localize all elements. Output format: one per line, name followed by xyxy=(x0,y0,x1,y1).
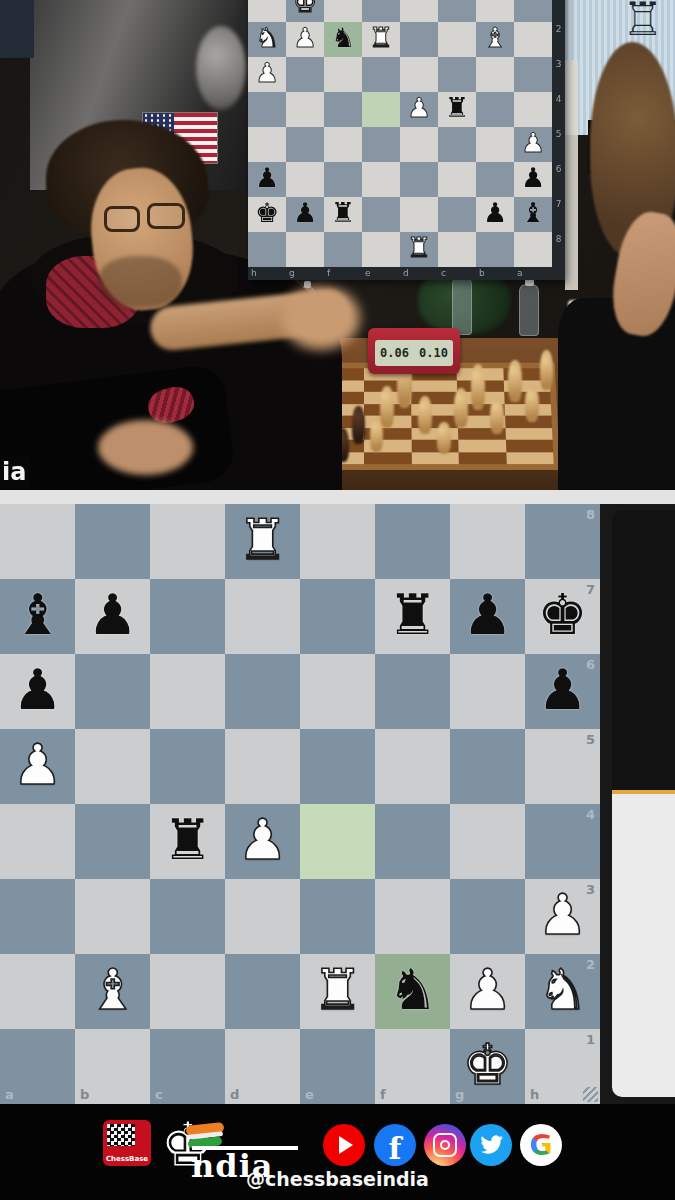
white-pawn: ♟ xyxy=(255,59,279,86)
black-king: ♚ xyxy=(255,199,279,226)
overlay-square-d8: ♜ xyxy=(400,232,438,267)
glasses-left-lens xyxy=(104,206,140,232)
square-d1[interactable]: d xyxy=(225,1029,300,1104)
overlay-file-label-e: e xyxy=(362,267,400,280)
square-h2[interactable]: ♞2 xyxy=(525,954,600,1029)
light-wood-piece xyxy=(454,388,468,428)
file-label-c: c xyxy=(155,1087,163,1102)
square-b8[interactable] xyxy=(75,504,150,579)
square-c3[interactable] xyxy=(150,879,225,954)
youtube-play-triangle xyxy=(339,1136,353,1154)
light-wood-piece xyxy=(418,396,432,434)
overlay-square-f1 xyxy=(324,0,362,22)
file-label-f: f xyxy=(380,1087,386,1102)
square-c6[interactable] xyxy=(150,654,225,729)
resize-handle[interactable] xyxy=(583,1087,598,1102)
twitter-bird-icon xyxy=(479,1133,503,1157)
rank-label-3: 3 xyxy=(586,882,595,897)
light-wood-piece xyxy=(437,422,451,454)
overlay-square-g4 xyxy=(286,92,324,127)
overlay-rank-label-3: 3 xyxy=(552,57,565,92)
square-h3[interactable]: ♟3 xyxy=(525,879,600,954)
black-pawn: ♟ xyxy=(462,587,512,643)
white-king: ♚ xyxy=(462,1037,512,1093)
overlay-square-a6: ♟ xyxy=(514,162,552,197)
square-e7[interactable] xyxy=(300,579,375,654)
overlay-square-g5 xyxy=(286,127,324,162)
overlay-square-d5 xyxy=(400,127,438,162)
square-g5[interactable] xyxy=(450,729,525,804)
overlay-square-b8 xyxy=(476,232,514,267)
rank-label-7: 7 xyxy=(586,582,595,597)
overlay-square-a5: ♟ xyxy=(514,127,552,162)
square-b2[interactable]: ♝ xyxy=(75,954,150,1029)
square-g6[interactable] xyxy=(450,654,525,729)
light-wood-piece xyxy=(471,364,485,410)
overlay-square-b6 xyxy=(476,162,514,197)
twitter-icon xyxy=(470,1124,512,1166)
black-pawn: ♟ xyxy=(521,164,545,191)
square-d2[interactable] xyxy=(225,954,300,1029)
overlay-square-e4 xyxy=(362,92,400,127)
square-f5[interactable] xyxy=(375,729,450,804)
square-h8[interactable]: 8 xyxy=(525,504,600,579)
overlay-square-e6 xyxy=(362,162,400,197)
overlay-square-e1 xyxy=(362,0,400,22)
square-d6[interactable] xyxy=(225,654,300,729)
rank-label-1: 1 xyxy=(586,1032,595,1047)
overlay-square-c5 xyxy=(438,127,476,162)
square-e8[interactable] xyxy=(300,504,375,579)
clock-left-time: 0.06 xyxy=(380,346,409,360)
black-bishop: ♝ xyxy=(12,587,62,643)
facebook-icon: f xyxy=(374,1124,416,1166)
black-pawn: ♟ xyxy=(483,199,507,226)
square-b7[interactable]: ♟ xyxy=(75,579,150,654)
black-king: ♚ xyxy=(537,587,587,643)
overlay-rank-label-8: 8 xyxy=(552,232,565,267)
screen-edge xyxy=(565,60,578,290)
square-c2[interactable] xyxy=(150,954,225,1029)
overlay-square-c2 xyxy=(438,22,476,57)
square-c7[interactable] xyxy=(150,579,225,654)
white-rook: ♜ xyxy=(369,24,393,51)
square-c1[interactable]: c xyxy=(150,1029,225,1104)
square-b5[interactable] xyxy=(75,729,150,804)
white-pawn: ♟ xyxy=(537,887,587,943)
file-label-h: h xyxy=(530,1087,539,1102)
square-h5[interactable]: 5 xyxy=(525,729,600,804)
google-icon: G xyxy=(520,1124,562,1166)
left-player-hand xyxy=(282,286,360,350)
file-label-e: e xyxy=(305,1087,314,1102)
white-bishop: ♝ xyxy=(87,962,137,1018)
overlay-square-f7: ♜ xyxy=(324,197,362,232)
square-d7[interactable] xyxy=(225,579,300,654)
black-knight: ♞ xyxy=(331,24,355,51)
overlay-square-b5 xyxy=(476,127,514,162)
overlay-square-e2: ♜ xyxy=(362,22,400,57)
black-rook: ♜ xyxy=(331,199,355,226)
glasses-right-lens xyxy=(147,203,185,229)
wood-square xyxy=(411,440,458,452)
overlay-square-d4: ♟ xyxy=(400,92,438,127)
overlay-file-label-h: h xyxy=(248,267,286,280)
overlay-square-c4: ♜ xyxy=(438,92,476,127)
file-label-d: d xyxy=(230,1087,239,1102)
light-wood-piece xyxy=(380,386,394,428)
white-knight: ♞ xyxy=(537,962,587,1018)
white-pawn: ♟ xyxy=(237,812,287,868)
water-bottle xyxy=(519,284,539,336)
file-label-b: b xyxy=(80,1087,89,1102)
black-rook: ♜ xyxy=(387,587,437,643)
square-g3[interactable] xyxy=(450,879,525,954)
google-letter: G xyxy=(530,1129,553,1162)
overlay-square-g6 xyxy=(286,162,324,197)
chessbase-logo: ChessBase xyxy=(103,1120,151,1166)
stream-frame: ♖ DN 0.06 0.10 xyxy=(0,0,675,1200)
overlay-file-labels: hgfedcba xyxy=(248,267,552,280)
square-f7[interactable]: ♜ xyxy=(375,579,450,654)
overlay-square-a3 xyxy=(514,57,552,92)
square-b6[interactable] xyxy=(75,654,150,729)
watermark-text: ia xyxy=(2,458,26,486)
rank-label-4: 4 xyxy=(586,807,595,822)
overlay-square-h7: ♚ xyxy=(248,197,286,232)
square-b3[interactable] xyxy=(75,879,150,954)
instagram-icon xyxy=(424,1124,466,1166)
chess-clock: 0.06 0.10 xyxy=(368,328,460,374)
chessbase-checker-icon xyxy=(107,1124,135,1146)
square-e5[interactable] xyxy=(300,729,375,804)
overlay-square-f4 xyxy=(324,92,362,127)
overlay-square-b3 xyxy=(476,57,514,92)
square-b1[interactable]: b xyxy=(75,1029,150,1104)
square-h1[interactable]: 1h xyxy=(525,1029,600,1104)
overlay-square-d3 xyxy=(400,57,438,92)
square-g8[interactable] xyxy=(450,504,525,579)
square-f6[interactable] xyxy=(375,654,450,729)
square-f1[interactable]: f xyxy=(375,1029,450,1104)
white-pawn: ♟ xyxy=(462,962,512,1018)
white-rook: ♜ xyxy=(237,512,287,568)
square-c5[interactable] xyxy=(150,729,225,804)
black-pawn: ♟ xyxy=(12,662,62,718)
black-knight: ♞ xyxy=(387,962,437,1018)
water-bottle xyxy=(452,277,472,335)
dark-wood-piece xyxy=(352,406,365,444)
square-c8[interactable] xyxy=(150,504,225,579)
left-player-beard xyxy=(98,256,182,308)
facebook-letter: f xyxy=(389,1131,402,1166)
square-a2[interactable] xyxy=(0,954,75,1029)
light-wood-piece xyxy=(540,350,553,390)
overlay-file-label-b: b xyxy=(476,267,514,280)
overlay-square-a1 xyxy=(514,0,552,22)
overlay-square-d2 xyxy=(400,22,438,57)
side-panel-light xyxy=(612,794,675,1097)
square-h7[interactable]: ♚7 xyxy=(525,579,600,654)
file-label-a: a xyxy=(5,1087,14,1102)
square-a4[interactable] xyxy=(0,804,75,879)
overlay-rank-labels: 12345678 xyxy=(552,0,565,267)
main-board: ♜8♝♟♜♟♚7♟♟6♟5♜♟4♟3♝♜♞♟♞2abcdef♚g1h xyxy=(0,504,600,1104)
clock-right-time: 0.10 xyxy=(419,346,448,360)
overlay-rank-label-2: 2 xyxy=(552,22,565,57)
white-pawn: ♟ xyxy=(407,94,431,121)
square-f8[interactable] xyxy=(375,504,450,579)
white-rook: ♜ xyxy=(312,962,362,1018)
overlay-square-h6: ♟ xyxy=(248,162,286,197)
overlay-square-h5 xyxy=(248,127,286,162)
overlay-square-a2 xyxy=(514,22,552,57)
wood-square xyxy=(459,452,507,464)
wood-square xyxy=(458,440,506,452)
overlay-rank-label-1: 1 xyxy=(552,0,565,22)
overlay-square-f2: ♞ xyxy=(324,22,362,57)
square-a3[interactable] xyxy=(0,879,75,954)
square-a1[interactable]: a xyxy=(0,1029,75,1104)
wood-square xyxy=(506,452,554,464)
overlay-square-a8 xyxy=(514,232,552,267)
black-rook: ♜ xyxy=(445,94,469,121)
overlay-board: ♚♞♟♞♜♝♟♟♜♟♟♟♚♟♜♟♝♜ 12345678 hgfedcba xyxy=(248,0,565,280)
square-b4[interactable] xyxy=(75,804,150,879)
overlay-square-e7 xyxy=(362,197,400,232)
overlay-square-d6 xyxy=(400,162,438,197)
square-g1[interactable]: ♚g xyxy=(450,1029,525,1104)
square-d8[interactable]: ♜ xyxy=(225,504,300,579)
overlay-rank-label-7: 7 xyxy=(552,197,565,232)
wood-square xyxy=(411,428,458,440)
square-d4[interactable]: ♟ xyxy=(225,804,300,879)
background-screen xyxy=(0,0,34,58)
overlay-file-label-a: a xyxy=(514,267,552,280)
square-a8[interactable] xyxy=(0,504,75,579)
square-e2[interactable]: ♜ xyxy=(300,954,375,1029)
left-player-resting-hand xyxy=(98,420,193,475)
rank-label-2: 2 xyxy=(586,957,595,972)
square-h4[interactable]: 4 xyxy=(525,804,600,879)
square-d3[interactable] xyxy=(225,879,300,954)
light-wood-piece xyxy=(508,360,522,402)
square-a5[interactable]: ♟ xyxy=(0,729,75,804)
overlay-square-h4 xyxy=(248,92,286,127)
overlay-square-g1: ♚ xyxy=(286,0,324,22)
overlay-square-g8 xyxy=(286,232,324,267)
black-rook: ♜ xyxy=(162,812,212,868)
overlay-rank-label-4: 4 xyxy=(552,92,565,127)
overlay-square-g3 xyxy=(286,57,324,92)
chessbase-logo-text: ChessBase xyxy=(103,1155,151,1163)
white-rook: ♜ xyxy=(407,234,431,261)
wood-square xyxy=(411,392,458,404)
overlay-rank-label-5: 5 xyxy=(552,127,565,162)
overlay-file-label-c: c xyxy=(438,267,476,280)
overlay-square-e5 xyxy=(362,127,400,162)
wood-square xyxy=(411,452,459,464)
light-wood-piece xyxy=(525,386,539,422)
overlay-square-h1 xyxy=(248,0,286,22)
overlay-square-h8 xyxy=(248,232,286,267)
wood-square xyxy=(505,440,553,452)
square-e1[interactable]: e xyxy=(300,1029,375,1104)
overlay-square-g7: ♟ xyxy=(286,197,324,232)
white-pawn: ♟ xyxy=(521,129,545,156)
square-g4[interactable] xyxy=(450,804,525,879)
social-handle: @chessbaseindia xyxy=(0,1168,675,1190)
overlay-square-a7: ♝ xyxy=(514,197,552,232)
overlay-square-c1 xyxy=(438,0,476,22)
square-f2[interactable]: ♞ xyxy=(375,954,450,1029)
overlay-file-label-d: d xyxy=(400,267,438,280)
overlay-square-b7: ♟ xyxy=(476,197,514,232)
black-pawn: ♟ xyxy=(293,199,317,226)
youtube-icon xyxy=(323,1124,365,1166)
overlay-square-c8 xyxy=(438,232,476,267)
footer-bar: ChessBase ♚ ndia f G @chessbaseindia xyxy=(0,1104,675,1200)
square-c4[interactable]: ♜ xyxy=(150,804,225,879)
overlay-square-b4 xyxy=(476,92,514,127)
overlay-square-a4 xyxy=(514,92,552,127)
white-knight: ♞ xyxy=(255,24,279,51)
square-f3[interactable] xyxy=(375,879,450,954)
black-bishop: ♝ xyxy=(521,199,545,226)
overlay-square-h3: ♟ xyxy=(248,57,286,92)
square-a7[interactable]: ♝ xyxy=(0,579,75,654)
instagram-lens-icon xyxy=(440,1140,450,1150)
overlay-file-label-f: f xyxy=(324,267,362,280)
overlay-file-label-g: g xyxy=(286,267,324,280)
overlay-square-b1 xyxy=(476,0,514,22)
white-pawn: ♟ xyxy=(293,24,317,51)
instagram-camera-icon xyxy=(433,1133,457,1157)
wood-square xyxy=(364,452,411,464)
file-label-g: g xyxy=(455,1087,464,1102)
wood-square xyxy=(410,380,457,392)
black-pawn: ♟ xyxy=(255,164,279,191)
overlay-square-c3 xyxy=(438,57,476,92)
rank-label-8: 8 xyxy=(586,507,595,522)
black-pawn: ♟ xyxy=(537,662,587,718)
clock-display: 0.06 0.10 xyxy=(375,340,453,366)
overlay-board-corner xyxy=(552,267,565,280)
overlay-square-h2: ♞ xyxy=(248,22,286,57)
overlay-square-c7 xyxy=(438,197,476,232)
square-h6[interactable]: ♟6 xyxy=(525,654,600,729)
white-king: ♚ xyxy=(293,0,317,16)
wood-square xyxy=(505,428,553,440)
white-bishop: ♝ xyxy=(483,24,507,51)
overlay-square-e8 xyxy=(362,232,400,267)
overlay-square-d1 xyxy=(400,0,438,22)
overlay-board-grid: ♚♞♟♞♜♝♟♟♜♟♟♟♚♟♜♟♝♜ xyxy=(248,0,552,267)
square-g7[interactable]: ♟ xyxy=(450,579,525,654)
overlay-square-f6 xyxy=(324,162,362,197)
light-wood-piece xyxy=(490,398,504,434)
square-a6[interactable]: ♟ xyxy=(0,654,75,729)
rank-label-6: 6 xyxy=(586,657,595,672)
square-e3[interactable] xyxy=(300,879,375,954)
white-pawn: ♟ xyxy=(12,737,62,793)
overlay-square-g2: ♟ xyxy=(286,22,324,57)
square-g2[interactable]: ♟ xyxy=(450,954,525,1029)
overlay-rank-label-6: 6 xyxy=(552,162,565,197)
overlay-square-f8 xyxy=(324,232,362,267)
black-pawn: ♟ xyxy=(87,587,137,643)
section-divider xyxy=(0,490,675,504)
rank-label-5: 5 xyxy=(586,732,595,747)
square-e4[interactable] xyxy=(300,804,375,879)
overlay-square-c6 xyxy=(438,162,476,197)
overlay-square-d7 xyxy=(400,197,438,232)
overlay-square-f5 xyxy=(324,127,362,162)
screen-rook-icon: ♖ xyxy=(622,0,663,46)
square-f4[interactable] xyxy=(375,804,450,879)
overlay-square-f3 xyxy=(324,57,362,92)
side-panel-dark xyxy=(612,510,675,790)
square-d5[interactable] xyxy=(225,729,300,804)
overlay-square-e3 xyxy=(362,57,400,92)
overlay-square-b2: ♝ xyxy=(476,22,514,57)
square-e6[interactable] xyxy=(300,654,375,729)
background-photo-face xyxy=(196,26,246,110)
